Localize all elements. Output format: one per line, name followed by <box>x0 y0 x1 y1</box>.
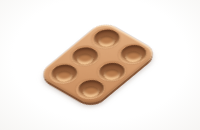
muffin-pan <box>37 21 159 108</box>
product-photo-canvas <box>0 0 200 130</box>
cup-bottom <box>100 66 123 82</box>
cup-bottom <box>79 83 102 99</box>
cup-bottom <box>52 68 75 84</box>
cup-bottom <box>95 33 118 49</box>
cup-bottom <box>122 48 145 64</box>
cup-bottom <box>74 50 97 66</box>
